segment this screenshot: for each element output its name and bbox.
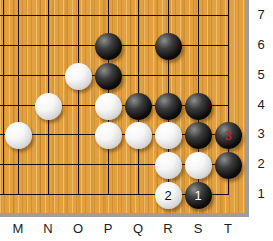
stone-black-S3 xyxy=(185,122,212,149)
go-diagram: 312 7654321MNOPQRST xyxy=(0,0,273,241)
row-label-6: 6 xyxy=(250,38,272,52)
grid-line-col-M xyxy=(18,0,19,195)
stone-white-Q3 xyxy=(125,122,152,149)
stone-black-T2 xyxy=(215,152,242,179)
stone-black-Q4 xyxy=(125,93,152,120)
grid-line-row-7 xyxy=(0,15,229,16)
stone-black-P6 xyxy=(95,33,122,60)
row-label-7: 7 xyxy=(250,8,272,22)
stone-white-R3 xyxy=(155,122,182,149)
move-number-2: 2 xyxy=(164,189,171,202)
stone-white-R1: 2 xyxy=(155,182,182,209)
row-label-1: 1 xyxy=(250,187,272,201)
stone-white-O5 xyxy=(65,63,92,90)
move-number-3: 3 xyxy=(224,129,231,142)
move-number-1: 1 xyxy=(194,189,201,202)
row-label-2: 2 xyxy=(250,157,272,171)
col-label-R: R xyxy=(158,222,178,236)
grid-line-crop-edge xyxy=(3,0,4,195)
go-board: 312 xyxy=(0,0,249,217)
stone-black-R4 xyxy=(155,93,182,120)
stone-white-M3 xyxy=(5,122,32,149)
row-label-4: 4 xyxy=(250,98,272,112)
stone-black-S4 xyxy=(185,93,212,120)
stone-white-S2 xyxy=(185,152,212,179)
col-label-S: S xyxy=(188,222,208,236)
col-label-M: M xyxy=(8,222,28,236)
col-label-Q: Q xyxy=(128,222,148,236)
col-label-N: N xyxy=(38,222,58,236)
col-label-T: T xyxy=(218,222,238,236)
stone-white-R2 xyxy=(155,152,182,179)
grid-line-col-O xyxy=(78,0,79,195)
row-label-5: 5 xyxy=(250,68,272,82)
stone-black-T3: 3 xyxy=(215,122,242,149)
col-label-P: P xyxy=(98,222,118,236)
col-label-O: O xyxy=(68,222,88,236)
stone-white-P3 xyxy=(95,122,122,149)
stone-white-N4 xyxy=(35,93,62,120)
stone-black-R6 xyxy=(155,33,182,60)
stone-white-P4 xyxy=(95,93,122,120)
stone-black-P5 xyxy=(95,63,122,90)
row-label-3: 3 xyxy=(250,127,272,141)
stone-black-S1: 1 xyxy=(185,182,212,209)
